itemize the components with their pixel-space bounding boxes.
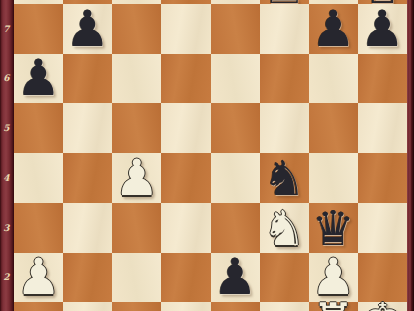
square-e5[interactable] <box>211 103 260 153</box>
square-c5[interactable] <box>112 103 161 153</box>
square-g7[interactable]: ♟ <box>309 4 358 54</box>
square-d7[interactable] <box>161 4 210 54</box>
black-pawn[interactable]: ♟ <box>211 253 260 303</box>
square-g1[interactable]: ♜ <box>309 302 358 311</box>
black-pawn[interactable]: ♟ <box>63 4 112 54</box>
square-e6[interactable] <box>211 54 260 104</box>
board-frame-left <box>0 0 14 311</box>
square-e2[interactable]: ♟ <box>211 253 260 303</box>
square-c7[interactable] <box>112 4 161 54</box>
square-a4[interactable] <box>14 153 63 203</box>
square-h7[interactable]: ♟ <box>358 4 407 54</box>
square-f4[interactable]: ♞ <box>260 153 309 203</box>
square-b1[interactable] <box>63 302 112 311</box>
black-pawn[interactable]: ♟ <box>358 4 407 54</box>
white-king[interactable]: ♚ <box>358 295 407 311</box>
square-g3[interactable]: ♛ <box>309 203 358 253</box>
rank-label-5: 5 <box>0 123 13 133</box>
square-g6[interactable] <box>309 54 358 104</box>
white-pawn[interactable]: ♟ <box>112 153 161 203</box>
square-c6[interactable] <box>112 54 161 104</box>
square-f5[interactable] <box>260 103 309 153</box>
square-f3[interactable]: ♞ <box>260 203 309 253</box>
square-e4[interactable] <box>211 153 260 203</box>
square-c4[interactable]: ♟ <box>112 153 161 203</box>
black-knight[interactable]: ♞ <box>260 153 309 203</box>
square-b4[interactable] <box>63 153 112 203</box>
square-h4[interactable] <box>358 153 407 203</box>
square-f2[interactable] <box>260 253 309 303</box>
square-h5[interactable] <box>358 103 407 153</box>
square-b6[interactable] <box>63 54 112 104</box>
white-pawn[interactable]: ♟ <box>14 253 63 303</box>
rank-label-4: 4 <box>0 173 13 183</box>
chess-diagram: ♜♚♟♟♟♟♟♞♞♛♟♟♟♜♚ 765432 <box>0 0 414 311</box>
square-e7[interactable] <box>211 4 260 54</box>
square-b5[interactable] <box>63 103 112 153</box>
square-c1[interactable] <box>112 302 161 311</box>
square-c2[interactable] <box>112 253 161 303</box>
white-knight[interactable]: ♞ <box>260 203 309 253</box>
square-d2[interactable] <box>161 253 210 303</box>
square-a6[interactable]: ♟ <box>14 54 63 104</box>
black-pawn[interactable]: ♟ <box>309 4 358 54</box>
square-h3[interactable] <box>358 203 407 253</box>
board-frame-right <box>407 0 414 311</box>
square-b2[interactable] <box>63 253 112 303</box>
square-g5[interactable] <box>309 103 358 153</box>
square-a3[interactable] <box>14 203 63 253</box>
square-d5[interactable] <box>161 103 210 153</box>
square-f6[interactable] <box>260 54 309 104</box>
square-a2[interactable]: ♟ <box>14 253 63 303</box>
square-d1[interactable] <box>161 302 210 311</box>
square-h6[interactable] <box>358 54 407 104</box>
square-c3[interactable] <box>112 203 161 253</box>
square-d3[interactable] <box>161 203 210 253</box>
square-a7[interactable] <box>14 4 63 54</box>
square-a1[interactable] <box>14 302 63 311</box>
square-e1[interactable] <box>211 302 260 311</box>
square-h1[interactable]: ♚ <box>358 302 407 311</box>
rank-label-2: 2 <box>0 272 13 282</box>
square-e3[interactable] <box>211 203 260 253</box>
square-b3[interactable] <box>63 203 112 253</box>
square-a5[interactable] <box>14 103 63 153</box>
square-f7[interactable] <box>260 4 309 54</box>
white-rook[interactable]: ♜ <box>309 295 358 311</box>
chess-board: ♜♚♟♟♟♟♟♞♞♛♟♟♟♜♚ <box>14 0 407 311</box>
black-pawn[interactable]: ♟ <box>14 54 63 104</box>
rank-label-7: 7 <box>0 24 13 34</box>
square-d6[interactable] <box>161 54 210 104</box>
rank-label-3: 3 <box>0 223 13 233</box>
black-queen[interactable]: ♛ <box>309 203 358 253</box>
square-g4[interactable] <box>309 153 358 203</box>
square-f1[interactable] <box>260 302 309 311</box>
rank-label-6: 6 <box>0 73 13 83</box>
square-b7[interactable]: ♟ <box>63 4 112 54</box>
square-d4[interactable] <box>161 153 210 203</box>
